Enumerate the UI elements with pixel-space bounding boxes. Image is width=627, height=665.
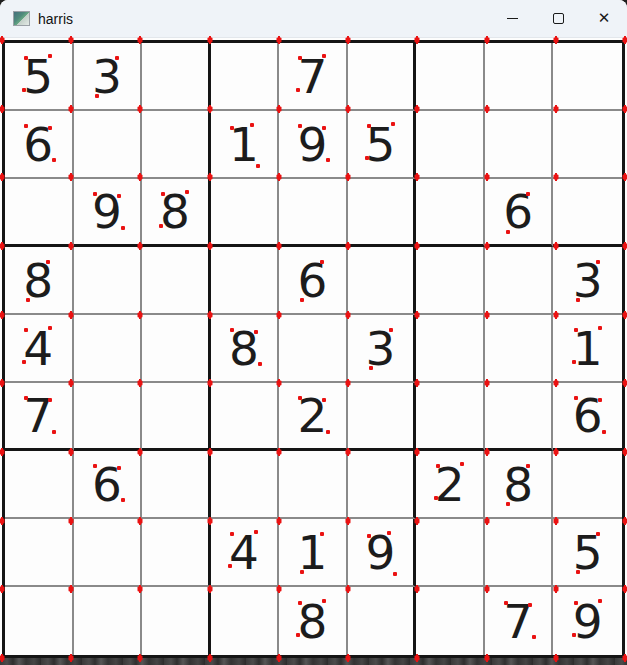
harris-glyph-marker — [117, 194, 121, 198]
harris-glyph-marker — [230, 532, 234, 536]
harris-glyph-marker — [48, 126, 52, 130]
minimize-button[interactable] — [489, 0, 535, 38]
sudoku-cell — [348, 247, 417, 315]
sudoku-cell — [485, 383, 554, 451]
harris-glyph-marker — [121, 226, 125, 230]
harris-glyph-marker — [596, 260, 600, 264]
sudoku-cell: 8 — [211, 315, 280, 383]
minimize-icon — [507, 18, 518, 20]
sudoku-cell — [142, 451, 211, 519]
sudoku-cell — [211, 383, 280, 451]
sudoku-cell — [485, 111, 554, 179]
harris-glyph-marker — [526, 192, 530, 196]
harris-glyph-marker — [387, 531, 391, 535]
harris-glyph-marker — [48, 398, 52, 402]
harris-glyph-marker — [460, 462, 464, 466]
sudoku-cell — [348, 43, 417, 111]
sudoku-cell: 6 — [5, 111, 74, 179]
sudoku-cell — [348, 179, 417, 247]
sudoku-cell — [74, 519, 143, 587]
sudoku-cell — [348, 451, 417, 519]
harris-glyph-marker — [159, 224, 163, 228]
sudoku-cell — [142, 383, 211, 451]
harris-glyph-marker — [320, 260, 324, 264]
harris-glyph-marker — [576, 298, 580, 302]
sudoku-board: 537619598686348317266284195879 — [2, 40, 625, 658]
harris-glyph-marker — [436, 464, 440, 468]
harris-glyph-marker — [322, 599, 326, 603]
sudoku-cell — [142, 315, 211, 383]
sudoku-cell: 9 — [279, 111, 348, 179]
sudoku-cell — [5, 587, 74, 655]
harris-glyph-marker — [528, 603, 532, 607]
sudoku-cell: 6 — [553, 383, 622, 451]
sudoku-cell — [485, 315, 554, 383]
harris-glyph-marker — [367, 124, 371, 128]
sudoku-cell — [416, 247, 485, 315]
sudoku-cell — [416, 43, 485, 111]
harris-glyph-marker — [48, 54, 52, 58]
sudoku-cell: 4 — [5, 315, 74, 383]
harris-glyph-marker — [322, 54, 326, 58]
sudoku-cell: 6 — [279, 247, 348, 315]
sudoku-cell — [279, 315, 348, 383]
sudoku-cell: 4 — [211, 519, 280, 587]
sudoku-cell — [142, 111, 211, 179]
sudoku-cell: 7 — [279, 43, 348, 111]
harris-glyph-marker — [117, 466, 121, 470]
harris-glyph-marker — [598, 599, 602, 603]
harris-glyph-marker — [572, 633, 576, 637]
maximize-icon — [553, 13, 564, 24]
harris-glyph-marker — [602, 430, 606, 434]
sudoku-cell: 6 — [485, 179, 554, 247]
harris-glyph-marker — [574, 396, 578, 400]
harris-glyph-marker — [298, 601, 302, 605]
close-button[interactable]: ✕ — [581, 0, 627, 38]
harris-glyph-marker — [24, 124, 28, 128]
title-bar[interactable]: harris ✕ — [0, 0, 627, 38]
harris-glyph-marker — [258, 362, 262, 366]
sudoku-cell: 7 — [485, 587, 554, 655]
sudoku-cell: 3 — [348, 315, 417, 383]
sudoku-cell — [142, 519, 211, 587]
harris-glyph-marker — [93, 464, 97, 468]
sudoku-cell — [74, 247, 143, 315]
sudoku-cell: 6 — [74, 451, 143, 519]
sudoku-cell — [74, 111, 143, 179]
harris-glyph-marker — [230, 126, 234, 130]
sudoku-cell — [416, 179, 485, 247]
harris-glyph-marker — [22, 88, 26, 92]
sudoku-cell — [416, 111, 485, 179]
harris-glyph-marker — [46, 260, 50, 264]
sudoku-cell — [348, 383, 417, 451]
harris-glyph-marker — [506, 230, 510, 234]
sudoku-cell: 3 — [74, 43, 143, 111]
sudoku-cell — [211, 451, 280, 519]
sudoku-cell — [416, 315, 485, 383]
sudoku-cell: 2 — [416, 451, 485, 519]
sudoku-cell — [553, 43, 622, 111]
sudoku-cell — [279, 451, 348, 519]
sudoku-cell — [211, 247, 280, 315]
harris-glyph-marker — [254, 530, 258, 534]
harris-glyph-marker — [367, 534, 371, 538]
harris-glyph-marker — [598, 326, 602, 330]
harris-glyph-marker — [300, 298, 304, 302]
sudoku-cell — [211, 587, 280, 655]
sudoku-cell: 1 — [279, 519, 348, 587]
harris-glyph-marker — [298, 396, 302, 400]
harris-glyph-marker — [24, 396, 28, 400]
harris-glyph-marker — [506, 502, 510, 506]
harris-glyph-marker — [322, 126, 326, 130]
harris-glyph-marker — [230, 328, 234, 332]
sudoku-cell — [142, 247, 211, 315]
sudoku-cell — [74, 587, 143, 655]
harris-glyph-marker — [26, 298, 30, 302]
sudoku-cell — [5, 451, 74, 519]
harris-glyph-marker — [185, 190, 189, 194]
sudoku-cell — [416, 519, 485, 587]
sudoku-cell: 3 — [553, 247, 622, 315]
harris-glyph-marker — [298, 124, 302, 128]
sudoku-cell — [211, 179, 280, 247]
harris-glyph-marker — [298, 56, 302, 60]
harris-glyph-marker — [228, 564, 232, 568]
harris-glyph-marker — [48, 326, 52, 330]
harris-glyph-marker — [532, 635, 536, 639]
harris-glyph-marker — [596, 532, 600, 536]
sudoku-cell — [485, 43, 554, 111]
harris-glyph-marker — [52, 430, 56, 434]
harris-glyph-marker — [574, 601, 578, 605]
harris-glyph-marker — [161, 192, 165, 196]
sudoku-cell — [211, 43, 280, 111]
maximize-button[interactable] — [535, 0, 581, 38]
sudoku-cell: 8 — [279, 587, 348, 655]
harris-glyph-marker — [322, 398, 326, 402]
sudoku-cell: 1 — [553, 315, 622, 383]
sudoku-cell: 7 — [5, 383, 74, 451]
harris-glyph-marker — [365, 156, 369, 160]
sudoku-cell: 5 — [348, 111, 417, 179]
harris-glyph-marker — [24, 328, 28, 332]
harris-glyph-marker — [526, 464, 530, 468]
sudoku-cell: 5 — [5, 43, 74, 111]
harris-glyph-marker — [254, 330, 258, 334]
harris-glyph-marker — [504, 601, 508, 605]
harris-glyph-marker — [22, 360, 26, 364]
sudoku-cell: 1 — [211, 111, 280, 179]
sudoku-cell — [553, 179, 622, 247]
harris-glyph-marker — [320, 532, 324, 536]
sudoku-cell — [485, 519, 554, 587]
sudoku-cell — [74, 315, 143, 383]
sudoku-cell: 9 — [553, 587, 622, 655]
sudoku-cell: 8 — [142, 179, 211, 247]
sudoku-cell: 8 — [485, 451, 554, 519]
sudoku-cell: 9 — [348, 519, 417, 587]
harris-glyph-marker — [296, 633, 300, 637]
harris-glyph-marker — [574, 328, 578, 332]
harris-glyph-marker — [115, 56, 119, 60]
sudoku-cell — [553, 451, 622, 519]
harris-glyph-marker — [389, 328, 393, 332]
sudoku-cell — [416, 383, 485, 451]
given-digit: 7 — [298, 53, 328, 100]
sudoku-cell — [142, 587, 211, 655]
harris-glyph-marker — [95, 94, 99, 98]
sudoku-cell — [553, 111, 622, 179]
image-noise-strip — [0, 658, 627, 665]
window-image-icon — [13, 11, 30, 26]
harris-glyph-marker — [250, 123, 254, 127]
sudoku-cell — [348, 587, 417, 655]
opencv-window: harris ✕ 537619598686348317266284195879 — [0, 0, 627, 665]
sudoku-cell — [5, 179, 74, 247]
harris-glyph-marker — [326, 430, 330, 434]
harris-glyph-marker — [326, 158, 330, 162]
sudoku-cell: 5 — [553, 519, 622, 587]
harris-glyph-marker — [52, 158, 56, 162]
harris-glyph-marker — [121, 498, 125, 502]
sudoku-cell — [74, 383, 143, 451]
close-icon: ✕ — [598, 11, 611, 26]
harris-glyph-marker — [24, 56, 28, 60]
harris-glyph-marker — [391, 122, 395, 126]
harris-glyph-marker — [572, 360, 576, 364]
sudoku-cell: 9 — [74, 179, 143, 247]
harris-glyph-marker — [256, 164, 260, 168]
sudoku-cell — [485, 247, 554, 315]
harris-glyph-marker — [434, 496, 438, 500]
given-digit: 8 — [298, 598, 328, 645]
harris-glyph-marker — [598, 398, 602, 402]
harris-glyph-marker — [369, 366, 373, 370]
window-title: harris — [38, 11, 489, 27]
sudoku-cell: 2 — [279, 383, 348, 451]
sudoku-cell — [416, 587, 485, 655]
image-canvas: 537619598686348317266284195879 — [0, 38, 627, 665]
harris-glyph-marker — [576, 570, 580, 574]
sudoku-cell — [279, 179, 348, 247]
harris-glyph-marker — [296, 88, 300, 92]
harris-glyph-marker — [300, 570, 304, 574]
sudoku-cell — [142, 43, 211, 111]
sudoku-cell — [5, 519, 74, 587]
harris-glyph-marker — [93, 192, 97, 196]
sudoku-cell: 8 — [5, 247, 74, 315]
harris-glyph-marker — [393, 572, 397, 576]
